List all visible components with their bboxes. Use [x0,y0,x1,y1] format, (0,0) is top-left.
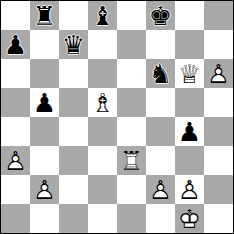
square-d2[interactable] [88,175,117,204]
square-h4[interactable] [204,117,233,146]
square-f3[interactable] [146,146,175,175]
square-g3[interactable] [175,146,204,175]
square-e1[interactable] [117,204,146,233]
square-e3[interactable]: ♜♖ [117,146,146,175]
square-e7[interactable] [117,30,146,59]
white-pawn-icon: ♟♙ [30,175,59,204]
square-f8[interactable]: ♚ [146,1,175,30]
square-a5[interactable] [1,88,30,117]
black-queen-icon: ♛ [59,30,88,59]
square-e4[interactable] [117,117,146,146]
black-bishop-icon: ♝ [88,1,117,30]
square-a2[interactable] [1,175,30,204]
white-king-icon: ♚♔ [175,204,204,233]
square-e6[interactable] [117,59,146,88]
square-c8[interactable] [59,1,88,30]
square-d4[interactable] [88,117,117,146]
white-pawn-icon: ♟♙ [204,59,233,88]
square-d5[interactable]: ♝♗ [88,88,117,117]
square-g6[interactable]: ♛♕ [175,59,204,88]
square-f4[interactable] [146,117,175,146]
square-f6[interactable]: ♞ [146,59,175,88]
square-g4[interactable]: ♟ [175,117,204,146]
square-h5[interactable] [204,88,233,117]
square-b3[interactable] [30,146,59,175]
square-b4[interactable] [30,117,59,146]
square-a7[interactable]: ♟ [1,30,30,59]
square-e2[interactable] [117,175,146,204]
white-pawn-icon: ♟♙ [1,146,30,175]
square-h2[interactable] [204,175,233,204]
square-e8[interactable] [117,1,146,30]
square-g5[interactable] [175,88,204,117]
square-c6[interactable] [59,59,88,88]
square-d6[interactable] [88,59,117,88]
white-rook-icon: ♜♖ [117,146,146,175]
square-d8[interactable]: ♝ [88,1,117,30]
square-a3[interactable]: ♟♙ [1,146,30,175]
square-h3[interactable] [204,146,233,175]
square-g7[interactable] [175,30,204,59]
square-b5[interactable]: ♟ [30,88,59,117]
white-pawn-icon: ♟♙ [146,175,175,204]
square-a1[interactable] [1,204,30,233]
black-pawn-icon: ♟ [1,30,30,59]
square-a6[interactable] [1,59,30,88]
square-c1[interactable] [59,204,88,233]
square-b7[interactable] [30,30,59,59]
square-c3[interactable] [59,146,88,175]
square-h7[interactable] [204,30,233,59]
black-king-icon: ♚ [146,1,175,30]
square-b6[interactable] [30,59,59,88]
chess-board: ♜♝♚♟♛♞♛♕♟♙♟♝♗♟♟♙♜♖♟♙♟♙♟♙♚♔ [0,0,234,234]
black-pawn-icon: ♟ [175,117,204,146]
square-d3[interactable] [88,146,117,175]
black-pawn-icon: ♟ [30,88,59,117]
square-c4[interactable] [59,117,88,146]
square-h6[interactable]: ♟♙ [204,59,233,88]
black-knight-icon: ♞ [146,59,175,88]
square-f7[interactable] [146,30,175,59]
square-c5[interactable] [59,88,88,117]
square-d7[interactable] [88,30,117,59]
black-rook-icon: ♜ [30,1,59,30]
square-a4[interactable] [1,117,30,146]
square-f5[interactable] [146,88,175,117]
square-b2[interactable]: ♟♙ [30,175,59,204]
square-g1[interactable]: ♚♔ [175,204,204,233]
square-h8[interactable] [204,1,233,30]
square-g8[interactable] [175,1,204,30]
square-b8[interactable]: ♜ [30,1,59,30]
square-e5[interactable] [117,88,146,117]
square-c7[interactable]: ♛ [59,30,88,59]
square-c2[interactable] [59,175,88,204]
white-pawn-icon: ♟♙ [175,175,204,204]
square-g2[interactable]: ♟♙ [175,175,204,204]
square-b1[interactable] [30,204,59,233]
white-queen-icon: ♛♕ [175,59,204,88]
square-h1[interactable] [204,204,233,233]
square-f1[interactable] [146,204,175,233]
square-f2[interactable]: ♟♙ [146,175,175,204]
chess-diagram: ♜♝♚♟♛♞♛♕♟♙♟♝♗♟♟♙♜♖♟♙♟♙♟♙♚♔ [0,0,234,234]
square-a8[interactable] [1,1,30,30]
square-d1[interactable] [88,204,117,233]
white-bishop-icon: ♝♗ [88,88,117,117]
